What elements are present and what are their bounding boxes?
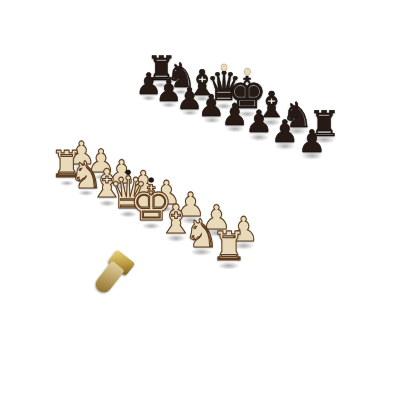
piece-shadow [98,200,115,206]
square-g7 [266,132,305,157]
near-file-label-f: F [138,239,181,275]
piece-shadow [161,102,177,108]
white-pawn-d2: ♟ [129,166,158,198]
square-c8 [185,88,219,109]
left-rank-label-8: 8 [124,68,158,87]
piece-shadow [166,235,186,242]
square-g5 [239,164,279,191]
white-bishop-c1: ♝ [89,166,124,205]
frame-corner [136,54,171,74]
left-rank-label-4: 4 [72,118,107,140]
square-h6 [279,157,320,184]
white-pawn-h2: ♟ [229,213,259,247]
square-e2 [147,193,185,221]
file-label-plaque: F [149,251,169,261]
file-label-plaque: B [62,204,78,213]
white-pawn-f2: ♟ [176,188,206,221]
black-pawn-h7: ♟ [298,126,326,157]
rank-label-plaque: 6 [319,178,342,188]
square-e6 [204,130,241,154]
square-c3 [119,157,154,182]
rank-label-plaque: 5 [306,196,329,206]
rank-label-plaque: 5 [95,112,110,119]
near-file-label-d: D [92,215,132,247]
dark-finial-icon [149,178,154,183]
square-d6 [181,122,217,145]
square-d7 [194,108,229,130]
piece-shadow [215,103,233,110]
square-a2 [65,155,98,179]
square-b2 [84,163,119,188]
square-d4 [154,151,190,176]
far-file-label-a: A [158,61,191,81]
square-e7 [217,116,253,139]
file-label-plaque: B [186,73,202,80]
square-b8 [165,81,198,101]
white-knight-b1: ♞ [70,157,103,194]
rank-label-plaque: 4 [82,125,97,133]
file-label-plaque: F [275,101,294,109]
piece-shadow [181,217,201,225]
left-rank-label-3: 3 [58,131,93,154]
square-f5 [214,154,253,180]
black-knight-g8: ♞ [281,97,312,132]
right-rank-label-3: 3 [266,221,315,256]
rank-label-plaque: 7 [332,160,355,169]
pieces-layer: ♜♞♟♝♟♛♟♚♟♝♟♞♟♜♟♟♟♟♜♟♞♟♝♟♛♟♚♟♝♟♞♜ [0,0,400,400]
rank-label-plaque: 8 [133,74,148,81]
light-finial-icon [244,68,250,75]
near-file-label-c: C [71,204,110,235]
square-e8 [229,102,265,124]
square-f6 [227,139,265,164]
left-rank-label-5: 5 [86,105,120,127]
black-pawn-a7: ♟ [136,70,162,99]
square-b5 [126,120,160,142]
white-rook-a1: ♜ [50,147,83,184]
square-f8 [253,109,290,132]
square-h7 [292,141,333,167]
square-f1 [156,221,196,252]
square-c1 [89,188,125,215]
black-queen-d8: ♛ [206,67,242,107]
white-pawn-c2: ♟ [107,156,136,188]
rank-label-plaque: 3 [68,139,83,147]
square-b7 [152,94,185,115]
square-h3 [237,209,280,240]
piece-shadow [191,248,212,256]
white-pawn-b2: ♟ [87,146,115,178]
box-side-face [10,67,390,337]
clasp-tongue-icon [92,261,124,296]
square-b6 [139,107,172,128]
square-a1 [50,169,84,194]
black-rook-a8: ♜ [146,53,176,87]
square-h1 [207,246,251,280]
square-g6 [253,148,293,174]
far-file-label-f: F [266,93,305,117]
left-rank-label-1: 1 [29,159,64,184]
black-bishop-f8: ♝ [255,87,287,123]
file-label-plaque: A [43,194,59,202]
piece-shadow [274,142,295,150]
piece-shadow [232,242,255,250]
black-pawn-g7: ♟ [271,117,299,148]
square-d3 [140,167,177,193]
rank-label-plaque: 6 [108,99,123,106]
square-c5 [146,128,181,151]
rank-label-plaque: 2 [54,153,69,161]
white-king-e1: ♚ [130,179,173,228]
square-a4 [93,127,126,149]
square-a5 [107,113,140,134]
square-h8 [305,126,345,151]
left-rank-label-6: 6 [99,92,133,113]
piece-shadow [173,89,189,95]
piece-shadow [157,205,176,212]
square-f7 [241,124,279,148]
rank-label-plaque: 7 [121,86,136,93]
black-pawn-e7: ♟ [221,99,248,129]
piece-shadow [93,174,109,180]
right-rank-label-2: 2 [251,240,301,277]
piece-shadow [181,109,198,115]
piece-shadow [120,211,138,218]
piece-shadow [113,184,130,190]
white-pawn-e2: ♟ [152,177,181,210]
square-b3 [98,149,132,173]
piece-shadow [153,82,169,88]
chess-board: ABCDEFGH8877665544332211ABCDEFGH [11,54,394,327]
file-label-plaque: H [327,117,348,126]
rank-label-plaque: 4 [293,214,316,224]
piece-shadow [59,180,74,186]
piece-shadow [203,117,221,124]
square-d8 [207,94,242,115]
left-rank-label-7: 7 [112,80,146,100]
square-a6 [120,100,152,121]
brass-clasp [74,244,141,314]
square-f4 [200,170,239,197]
square-a3 [79,140,112,163]
piece-shadow [261,118,281,125]
square-c4 [133,143,168,167]
rank-label-plaque: 1 [249,274,272,285]
square-d1 [110,199,147,227]
square-e1 [132,210,171,240]
black-pawn-f7: ♟ [245,108,272,139]
piece-shadow [225,125,244,132]
file-label-plaque: C [207,80,224,87]
file-label-plaque: D [229,86,247,94]
square-e5 [190,145,227,170]
far-file-label-c: C [198,73,233,95]
square-d5 [168,137,204,161]
white-pawn-a2: ♟ [67,137,95,168]
file-label-plaque: A [167,67,183,74]
piece-shadow [134,194,152,201]
file-label-plaque: G [174,265,195,275]
square-g4 [225,180,265,209]
piece-shadow [74,165,89,171]
square-b1 [69,178,104,204]
piece-shadow [142,223,161,230]
black-rook-h8: ♜ [308,105,340,140]
square-a7 [133,87,165,107]
white-bishop-f1: ♝ [158,199,194,239]
square-e4 [176,161,214,187]
square-h2 [223,227,266,260]
piece-shadow [238,110,257,117]
black-bishop-c8: ♝ [186,65,218,100]
rank-label-plaque: 3 [279,233,302,243]
square-f2 [171,204,211,234]
light-finial-icon [221,64,227,71]
piece-shadow [313,136,335,144]
piece-shadow [193,96,210,102]
right-rank-label-5: 5 [294,185,342,217]
black-pawn-d7: ♟ [198,91,225,121]
right-rank-label-7: 7 [320,151,367,180]
file-label-plaque: D [103,226,121,235]
file-label-plaque: C [82,215,99,224]
square-c7 [173,101,207,122]
far-file-label-d: D [219,79,255,102]
rank-label-plaque: 8 [345,144,367,153]
right-rank-label-4: 4 [280,203,329,237]
rank-label-plaque: 1 [40,167,55,175]
square-g1 [181,233,223,266]
near-file-label-h: H [189,266,236,305]
file-label-plaque: E [251,93,269,101]
file-label-plaque: H [201,280,223,291]
piece-shadow [78,190,94,196]
product-photo-stage: ABCDEFGH8877665544332211ABCDEFGH ♜♞♟♝♟♛♟… [0,0,400,400]
far-file-label-g: G [291,100,331,125]
far-file-label-b: B [177,67,211,88]
square-h5 [266,174,308,203]
piece-shadow [217,261,240,269]
piece-shadow [249,134,269,142]
white-pawn-g2: ♟ [201,200,231,233]
square-h4 [252,191,294,221]
square-a8 [146,75,178,94]
white-queen-d1: ♛ [109,171,149,215]
far-file-label-h: H [317,108,358,134]
black-knight-b8: ♞ [166,59,196,93]
frame-corner [345,116,393,145]
near-file-label-a: A [33,184,69,212]
file-label-plaque: G [300,109,320,117]
piece-shadow [287,127,308,135]
left-rank-label-2: 2 [44,145,79,169]
right-rank-label-8: 8 [333,135,379,163]
square-g3 [211,198,252,228]
square-g8 [278,117,317,141]
black-pawn-c7: ♟ [176,84,203,114]
white-rook-h1: ♜ [211,227,247,267]
right-rank-label-1: 1 [236,260,286,299]
square-b4 [112,134,146,157]
square-f3 [186,187,225,215]
near-file-label-b: B [51,194,89,224]
file-label-plaque: E [125,239,144,249]
square-c2 [104,173,140,199]
black-king-e8: ♚ [228,71,267,115]
near-file-label-g: G [162,252,207,289]
square-e3 [162,176,200,203]
frame-corner [217,281,270,325]
piece-shadow [141,95,157,101]
square-c6 [160,114,194,136]
piece-shadow [206,229,227,237]
square-g2 [196,215,237,246]
frame-corner [12,173,50,202]
right-rank-label-6: 6 [307,168,354,199]
white-knight-g1: ♞ [184,213,219,252]
black-pawn-b7: ♟ [155,77,182,107]
rank-label-plaque: 2 [264,253,287,264]
square-d2 [125,182,162,209]
dark-finial-icon [126,170,131,175]
far-file-label-e: E [242,86,280,109]
piece-shadow [301,152,323,160]
